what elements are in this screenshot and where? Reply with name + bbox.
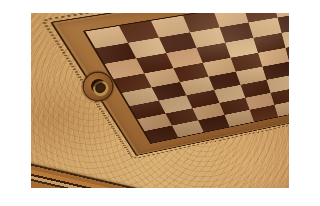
square-c6 (166, 48, 202, 68)
square-d8 (183, 13, 220, 32)
square-f2 (271, 88, 289, 105)
square-b8 (119, 21, 159, 43)
square-f8 (244, 13, 278, 22)
square-f5 (258, 48, 289, 67)
square-c3 (186, 90, 219, 108)
square-c5 (173, 63, 208, 82)
square-d7 (190, 27, 226, 48)
square-d2 (219, 98, 250, 115)
square-b2 (165, 108, 198, 126)
square-f6 (254, 33, 286, 53)
square-a5 (114, 73, 152, 93)
product-photo-canvas (0, 0, 320, 206)
square-e5 (231, 53, 263, 72)
square-a3 (130, 101, 165, 119)
square-c8 (151, 16, 189, 38)
square-e8 (213, 13, 248, 27)
square-g5 (285, 43, 289, 62)
square-g7 (277, 13, 289, 33)
square-g6 (282, 28, 289, 47)
square-b6 (136, 53, 173, 73)
square-e3 (241, 80, 271, 98)
square-e6 (225, 38, 258, 58)
square-f1 (275, 100, 289, 117)
square-a4 (122, 87, 159, 106)
square-f3 (267, 75, 289, 93)
square-b4 (151, 82, 186, 101)
square-g8 (273, 13, 289, 17)
square-a7 (95, 43, 135, 64)
square-d4 (208, 72, 240, 91)
square-b7 (128, 37, 167, 58)
square-f4 (263, 62, 289, 80)
square-c4 (180, 77, 214, 96)
square-b3 (158, 95, 192, 113)
table-photo (31, 13, 289, 188)
frame-notch (84, 73, 112, 100)
square-d5 (202, 58, 235, 77)
square-e7 (219, 22, 253, 43)
square-d3 (214, 85, 245, 103)
square-a2 (137, 114, 171, 132)
square-e2 (245, 93, 274, 110)
square-d6 (196, 43, 231, 63)
square-c2 (192, 103, 224, 120)
square-e4 (236, 67, 267, 85)
square-c7 (159, 32, 196, 53)
square-a8 (86, 26, 128, 48)
square-b5 (144, 68, 180, 87)
square-f7 (249, 17, 282, 37)
